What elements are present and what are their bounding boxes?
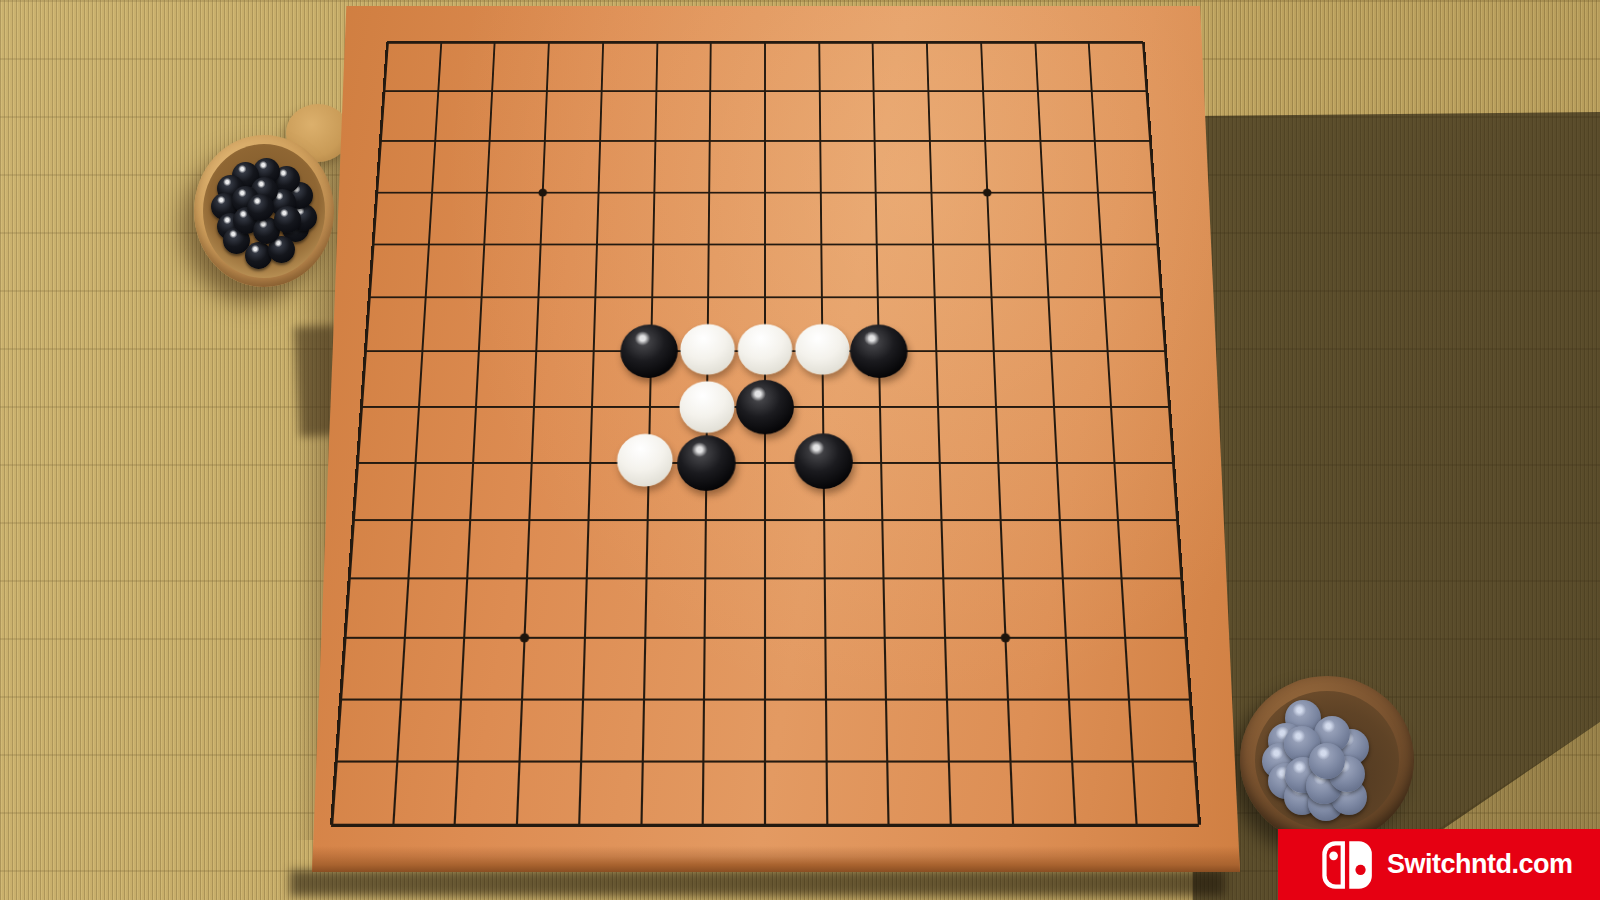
grid-line-vertical <box>1088 42 1138 825</box>
grid-line-horizontal <box>349 578 1182 580</box>
grid-line-vertical <box>392 42 442 825</box>
grid-line-vertical <box>980 42 1014 825</box>
grid-line-vertical <box>1142 42 1201 825</box>
grid-line-vertical <box>454 42 496 825</box>
grid-line-vertical <box>578 42 604 825</box>
black-stone-r8c8 <box>736 379 794 434</box>
watermark-text: Switchntd.com <box>1387 849 1573 880</box>
grid-line-vertical <box>1034 42 1076 825</box>
grid-line-horizontal <box>336 760 1195 762</box>
grid-line-vertical <box>926 42 952 825</box>
white-stone-r8c7 <box>679 381 735 433</box>
grid-line-horizontal <box>344 637 1185 639</box>
star-point <box>520 634 530 643</box>
grid-line-vertical <box>872 42 890 825</box>
nintendo-switch-logo-icon <box>1318 837 1374 893</box>
black-stone-bowl <box>194 135 334 287</box>
go-board <box>312 6 1240 872</box>
white-stone-r7c8 <box>738 324 793 375</box>
star-point <box>538 188 547 196</box>
white-stone-r7c9 <box>795 324 850 375</box>
board-grid[interactable] <box>331 42 1199 825</box>
grid-line-horizontal <box>340 698 1190 700</box>
white-stone-r7c7 <box>680 324 735 375</box>
star-point <box>1000 634 1010 643</box>
grid-line-vertical <box>702 42 712 825</box>
white-stone-bowl-cavity <box>1255 691 1399 829</box>
scene: Switchntd.com <box>0 0 1600 900</box>
white-stone-bowl <box>1240 676 1414 844</box>
grid-line-horizontal <box>331 824 1199 827</box>
white-stone-r9c6 <box>616 434 673 487</box>
black-stone-r7c6 <box>619 325 678 378</box>
bowl-stone-black <box>274 206 301 233</box>
grid-line-horizontal <box>357 462 1173 464</box>
star-point <box>983 188 992 196</box>
black-stone-r9c9 <box>794 433 853 489</box>
board-cast-shadow-bottom <box>290 870 1225 896</box>
bowl-stone-black <box>247 194 274 221</box>
black-stone-r7c10 <box>850 325 909 378</box>
watermark-banner[interactable]: Switchntd.com <box>1278 829 1600 900</box>
bowl-stone-slate <box>1309 743 1345 779</box>
black-stone-bowl-cavity <box>203 144 325 278</box>
grid-line-horizontal <box>353 519 1177 521</box>
grid-line-vertical <box>516 42 550 825</box>
black-stone-r9c7 <box>677 435 736 491</box>
